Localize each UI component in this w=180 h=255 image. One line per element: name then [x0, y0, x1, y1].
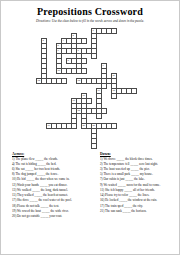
cell-number: 6: [57, 49, 58, 51]
worksheet-page: Prepositions Crossword Directions: Use t…: [0, 0, 180, 255]
cell-number: 14: [97, 89, 100, 91]
clues-down-column: Down: 1) We drove _____ the block three …: [100, 152, 171, 215]
cell-number: 5: [57, 44, 58, 46]
page-title: Prepositions Crossword: [1, 6, 179, 17]
clue-across-4: 4) The cat is hiding _____ the bed.: [12, 163, 94, 167]
clues-down-header: Down:: [100, 152, 171, 156]
grid-cell[interactable]: [111, 123, 117, 129]
clue-down-21: 21) The sun sank _____ the horizon.: [100, 210, 171, 214]
grid-cell[interactable]: [131, 88, 137, 94]
grid-cell[interactable]: [91, 143, 97, 149]
cell-number: 16: [82, 94, 85, 96]
cell-number: 17: [72, 99, 75, 101]
clue-down-7: 7) Our cabin is just _____ the lake.: [100, 178, 171, 182]
grid-cell[interactable]: [111, 28, 117, 34]
cell-number: 2: [72, 34, 73, 36]
grid-cell[interactable]: [71, 123, 77, 129]
clues-across-header: Across:: [12, 152, 94, 156]
grid-cell[interactable]: [96, 113, 102, 119]
clue-across-20: 20) Do not go outside _____ your coat.: [12, 215, 94, 219]
grid-cell[interactable]: [61, 78, 67, 84]
crossword-grid: 123456789101112131415161718192021: [31, 28, 138, 150]
cell-number: 19: [47, 124, 50, 126]
clue-down-16: 16) He looked _____ the window at the ra…: [100, 199, 171, 203]
cell-number: 15: [112, 89, 115, 91]
cell-number: 12: [37, 79, 40, 81]
clue-across-12: 12) Wash your hands _____ you eat dinner…: [12, 184, 94, 188]
clue-down-1: 1) We drove _____ the block three times.: [100, 158, 171, 162]
cell-number: 18: [77, 109, 80, 111]
cell-number: 4: [62, 39, 63, 41]
clue-across-18: 18) Please do not talk _____ the test.: [12, 205, 94, 209]
cell-number: 20: [82, 124, 85, 126]
grid-cell[interactable]: [111, 93, 117, 99]
cell-number: 8: [67, 59, 68, 61]
grid-cell[interactable]: [81, 38, 87, 44]
cell-number: 9: [102, 64, 103, 66]
clues-down-list: 1) We drove _____ the block three times.…: [100, 158, 171, 214]
cell-number: 11: [112, 74, 114, 76]
clue-across-17: 17) She dove _____ the cool water of the…: [12, 199, 94, 203]
grid-cell[interactable]: [91, 53, 97, 59]
grid-cell[interactable]: [81, 68, 87, 74]
clues-across-column: Across: 1) The plane flew _____ the clou…: [12, 152, 94, 220]
cell-number: 21: [92, 124, 95, 126]
cell-number: 3: [42, 39, 43, 41]
clue-down-2: 2) The temperature fell _____ zero last …: [100, 163, 171, 167]
cell-number: 10: [57, 69, 60, 71]
cell-number: 1: [92, 29, 93, 31]
directions-text: Directions: Use the clues below to fill …: [1, 19, 179, 23]
cell-number: 7: [77, 49, 78, 51]
clue-across-10: 10) He hid _____ the door when we came i…: [12, 178, 94, 182]
clue-down-9: 9) We waited _____ noon for the mail to …: [100, 184, 171, 188]
clue-across-1: 1) The plane flew _____ the clouds.: [12, 158, 94, 162]
cell-number: 13: [77, 79, 80, 81]
clues-across-list: 1) The plane flew _____ the clouds.4) Th…: [12, 158, 94, 219]
clue-down-17: 17) The train sped _____ the city.: [100, 205, 171, 209]
